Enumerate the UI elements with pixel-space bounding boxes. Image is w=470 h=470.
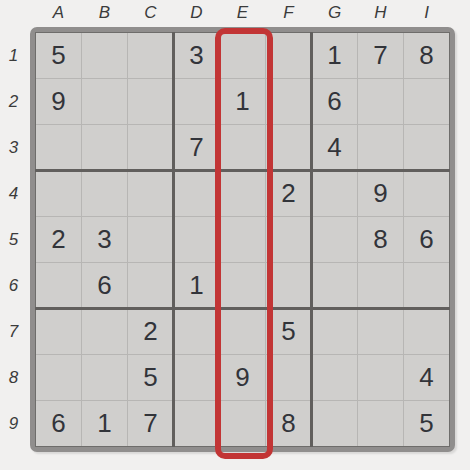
cell-C4[interactable] xyxy=(128,171,173,216)
cell-E2[interactable]: 1 xyxy=(220,79,265,124)
cell-G7[interactable] xyxy=(312,309,357,354)
cell-C2[interactable] xyxy=(128,79,173,124)
column-labels: ABCDEFGHI xyxy=(36,0,449,26)
cell-H4[interactable]: 9 xyxy=(358,171,403,216)
col-label-D: D xyxy=(174,0,219,26)
cell-D1[interactable]: 3 xyxy=(174,33,219,78)
cell-H2[interactable] xyxy=(358,79,403,124)
cell-C1[interactable] xyxy=(128,33,173,78)
cell-D9[interactable] xyxy=(174,401,219,446)
cell-G1[interactable]: 1 xyxy=(312,33,357,78)
cell-H5[interactable]: 8 xyxy=(358,217,403,262)
cell-B4[interactable] xyxy=(82,171,127,216)
sudoku-page: ABCDEFGHI 123456789 53178916742923866125… xyxy=(0,0,470,470)
cell-I6[interactable] xyxy=(404,263,449,308)
cell-E5[interactable] xyxy=(220,217,265,262)
cell-I5[interactable]: 6 xyxy=(404,217,449,262)
cell-C7[interactable]: 2 xyxy=(128,309,173,354)
cell-D6[interactable]: 1 xyxy=(174,263,219,308)
col-label-C: C xyxy=(128,0,173,26)
sudoku-grid: 5317891674292386612559461785 xyxy=(35,32,450,447)
col-label-F: F xyxy=(266,0,311,26)
sudoku-board: 5317891674292386612559461785 xyxy=(30,27,455,452)
cell-B9[interactable]: 1 xyxy=(82,401,127,446)
cell-E9[interactable] xyxy=(220,401,265,446)
col-label-I: I xyxy=(404,0,449,26)
cell-B8[interactable] xyxy=(82,355,127,400)
cell-I3[interactable] xyxy=(404,125,449,170)
cell-E1[interactable] xyxy=(220,33,265,78)
cell-F8[interactable] xyxy=(266,355,311,400)
cell-D5[interactable] xyxy=(174,217,219,262)
cell-B2[interactable] xyxy=(82,79,127,124)
cell-A7[interactable] xyxy=(36,309,81,354)
row-label-9: 9 xyxy=(0,401,30,446)
cell-F6[interactable] xyxy=(266,263,311,308)
cell-H7[interactable] xyxy=(358,309,403,354)
row-label-2: 2 xyxy=(0,79,30,124)
cell-I9[interactable]: 5 xyxy=(404,401,449,446)
cell-C5[interactable] xyxy=(128,217,173,262)
cell-A9[interactable]: 6 xyxy=(36,401,81,446)
cell-F3[interactable] xyxy=(266,125,311,170)
cell-G6[interactable] xyxy=(312,263,357,308)
box-divider-horizontal-2 xyxy=(35,307,450,310)
cell-B5[interactable]: 3 xyxy=(82,217,127,262)
col-label-G: G xyxy=(312,0,357,26)
cell-B7[interactable] xyxy=(82,309,127,354)
cell-C8[interactable]: 5 xyxy=(128,355,173,400)
col-label-A: A xyxy=(36,0,81,26)
cell-E7[interactable] xyxy=(220,309,265,354)
col-label-H: H xyxy=(358,0,403,26)
cell-G3[interactable]: 4 xyxy=(312,125,357,170)
cell-B1[interactable] xyxy=(82,33,127,78)
cell-D8[interactable] xyxy=(174,355,219,400)
cell-G8[interactable] xyxy=(312,355,357,400)
cell-G5[interactable] xyxy=(312,217,357,262)
cell-E4[interactable] xyxy=(220,171,265,216)
cell-H9[interactable] xyxy=(358,401,403,446)
cell-I4[interactable] xyxy=(404,171,449,216)
cell-F5[interactable] xyxy=(266,217,311,262)
cell-A2[interactable]: 9 xyxy=(36,79,81,124)
cell-G4[interactable] xyxy=(312,171,357,216)
row-label-3: 3 xyxy=(0,125,30,170)
cell-I2[interactable] xyxy=(404,79,449,124)
col-label-B: B xyxy=(82,0,127,26)
cell-F9[interactable]: 8 xyxy=(266,401,311,446)
cell-F2[interactable] xyxy=(266,79,311,124)
row-label-4: 4 xyxy=(0,171,30,216)
cell-G2[interactable]: 6 xyxy=(312,79,357,124)
row-label-7: 7 xyxy=(0,309,30,354)
cell-D3[interactable]: 7 xyxy=(174,125,219,170)
cell-H8[interactable] xyxy=(358,355,403,400)
row-label-5: 5 xyxy=(0,217,30,262)
cell-E8[interactable]: 9 xyxy=(220,355,265,400)
box-divider-vertical-1 xyxy=(172,32,175,447)
row-label-8: 8 xyxy=(0,355,30,400)
cell-D7[interactable] xyxy=(174,309,219,354)
cell-I1[interactable]: 8 xyxy=(404,33,449,78)
row-labels: 123456789 xyxy=(0,33,30,446)
box-divider-vertical-2 xyxy=(310,32,313,447)
cell-H1[interactable]: 7 xyxy=(358,33,403,78)
cell-D2[interactable] xyxy=(174,79,219,124)
row-label-6: 6 xyxy=(0,263,30,308)
cell-B6[interactable]: 6 xyxy=(82,263,127,308)
cell-C9[interactable]: 7 xyxy=(128,401,173,446)
cell-A1[interactable]: 5 xyxy=(36,33,81,78)
cell-A6[interactable] xyxy=(36,263,81,308)
cell-C3[interactable] xyxy=(128,125,173,170)
box-divider-horizontal-1 xyxy=(35,169,450,172)
cell-A3[interactable] xyxy=(36,125,81,170)
cell-F7[interactable]: 5 xyxy=(266,309,311,354)
cell-E3[interactable] xyxy=(220,125,265,170)
cell-F1[interactable] xyxy=(266,33,311,78)
col-label-E: E xyxy=(220,0,265,26)
cell-I8[interactable]: 4 xyxy=(404,355,449,400)
cell-F4[interactable]: 2 xyxy=(266,171,311,216)
cell-B3[interactable] xyxy=(82,125,127,170)
row-label-1: 1 xyxy=(0,33,30,78)
cell-D4[interactable] xyxy=(174,171,219,216)
cell-I7[interactable] xyxy=(404,309,449,354)
cell-H3[interactable] xyxy=(358,125,403,170)
cell-A8[interactable] xyxy=(36,355,81,400)
cell-G9[interactable] xyxy=(312,401,357,446)
cell-A5[interactable]: 2 xyxy=(36,217,81,262)
cell-E6[interactable] xyxy=(220,263,265,308)
cell-H6[interactable] xyxy=(358,263,403,308)
cell-C6[interactable] xyxy=(128,263,173,308)
cell-A4[interactable] xyxy=(36,171,81,216)
